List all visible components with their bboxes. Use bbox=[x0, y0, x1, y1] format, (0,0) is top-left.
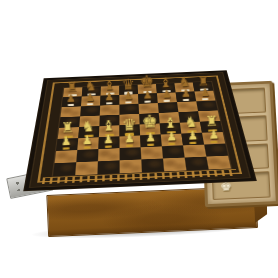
piece-p-f3[interactable]: ♟ bbox=[166, 131, 177, 146]
square-h3[interactable]: ♟ bbox=[202, 132, 225, 144]
piece-p-f7[interactable]: ♟ bbox=[162, 89, 172, 102]
piece-p-d3[interactable]: ♟ bbox=[124, 133, 135, 148]
square-f2[interactable] bbox=[162, 145, 185, 158]
piece-p-c7[interactable]: ♟ bbox=[104, 91, 114, 104]
piece-p-e3[interactable]: ♟ bbox=[145, 132, 156, 147]
square-c2[interactable] bbox=[98, 148, 120, 161]
square-f3[interactable]: ♟ bbox=[161, 134, 183, 147]
square-e2[interactable] bbox=[141, 146, 163, 159]
square-b3[interactable]: ♟ bbox=[77, 137, 99, 150]
square-b2[interactable] bbox=[76, 149, 98, 162]
square-g1[interactable] bbox=[185, 157, 209, 171]
square-a3[interactable]: ♟ bbox=[56, 138, 78, 151]
board-grid: ♜♞♝♛♚♝♞♜♟♟♟♟♟♟♟♟♜♞♝♛♚♝♞♜♟♟♟♟♟♟♟♟ bbox=[52, 81, 233, 177]
product-photo-chess-set: ♟♛♝♚ ♜♞♝♛♚♝♞♜♟♟♟♟♟♟♟♟♜♞♝♛♚♝♞♜♟♟♟♟♟♟♟♟ bbox=[0, 0, 278, 278]
chess-board: ♜♞♝♛♚♝♞♜♟♟♟♟♟♟♟♟♜♞♝♛♚♝♞♜♟♟♟♟♟♟♟♟ bbox=[29, 72, 251, 188]
square-h1[interactable] bbox=[206, 156, 231, 170]
square-h2[interactable] bbox=[204, 143, 228, 156]
square-d1[interactable] bbox=[120, 159, 142, 173]
board-perspective-wrap: ♜♞♝♛♚♝♞♜♟♟♟♟♟♟♟♟♜♞♝♛♚♝♞♜♟♟♟♟♟♟♟♟ bbox=[29, 67, 247, 216]
piece-p-h3[interactable]: ♟ bbox=[209, 129, 220, 144]
square-d3[interactable]: ♟ bbox=[120, 136, 141, 149]
piece-p-d7[interactable]: ♟ bbox=[124, 91, 134, 104]
square-g2[interactable] bbox=[183, 144, 206, 157]
scene: ♟♛♝♚ ♜♞♝♛♚♝♞♜♟♟♟♟♟♟♟♟♜♞♝♛♚♝♞♜♟♟♟♟♟♟♟♟ bbox=[0, 0, 278, 278]
square-a1[interactable] bbox=[53, 162, 76, 176]
square-b1[interactable] bbox=[75, 161, 98, 175]
piece-p-b7[interactable]: ♟ bbox=[85, 92, 95, 105]
square-a2[interactable] bbox=[55, 150, 78, 163]
piece-p-g3[interactable]: ♟ bbox=[188, 130, 199, 145]
square-g3[interactable]: ♟ bbox=[181, 133, 204, 146]
piece-p-g7[interactable]: ♟ bbox=[181, 88, 191, 101]
board-frame: ♜♞♝♛♚♝♞♜♟♟♟♟♟♟♟♟♜♞♝♛♚♝♞♜♟♟♟♟♟♟♟♟ bbox=[29, 72, 251, 188]
piece-p-a7[interactable]: ♟ bbox=[66, 93, 76, 106]
square-f1[interactable] bbox=[163, 158, 186, 172]
square-d2[interactable] bbox=[120, 147, 142, 160]
piece-p-a3[interactable]: ♟ bbox=[61, 135, 72, 150]
square-e1[interactable] bbox=[141, 158, 164, 172]
piece-p-b3[interactable]: ♟ bbox=[82, 135, 93, 150]
piece-p-c3[interactable]: ♟ bbox=[103, 134, 114, 149]
square-c3[interactable]: ♟ bbox=[98, 136, 119, 149]
square-e3[interactable]: ♟ bbox=[140, 135, 162, 148]
piece-p-e7[interactable]: ♟ bbox=[143, 90, 153, 103]
piece-p-h7[interactable]: ♟ bbox=[200, 87, 210, 100]
square-c1[interactable] bbox=[97, 160, 119, 174]
